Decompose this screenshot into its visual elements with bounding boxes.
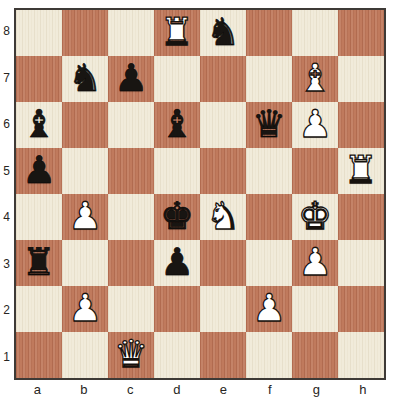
file-label-h: h — [340, 379, 387, 399]
square-e1[interactable] — [200, 332, 246, 378]
square-c5[interactable] — [108, 148, 154, 194]
square-a8[interactable] — [16, 10, 62, 56]
square-b4[interactable]: ♟ — [62, 194, 108, 240]
file-label-d: d — [154, 379, 201, 399]
square-a7[interactable] — [16, 56, 62, 102]
chess-board: ♜♞♞♟♝♝♝♛♟♟♜♟♚♞♚♜♟♟♟♟♛ — [16, 10, 384, 378]
square-h1[interactable] — [338, 332, 384, 378]
square-e2[interactable] — [200, 286, 246, 332]
square-g2[interactable] — [292, 286, 338, 332]
white-king[interactable]: ♚ — [298, 197, 332, 235]
white-rook[interactable]: ♜ — [344, 151, 378, 189]
white-pawn[interactable]: ♟ — [252, 289, 286, 327]
square-d1[interactable] — [154, 332, 200, 378]
file-label-a: a — [14, 379, 61, 399]
rank-label-3: 3 — [0, 241, 13, 288]
square-b6[interactable] — [62, 102, 108, 148]
square-d3[interactable]: ♟ — [154, 240, 200, 286]
square-g8[interactable] — [292, 10, 338, 56]
square-d2[interactable] — [154, 286, 200, 332]
black-pawn[interactable]: ♟ — [160, 243, 194, 281]
square-a4[interactable] — [16, 194, 62, 240]
black-knight[interactable]: ♞ — [206, 13, 240, 51]
square-f6[interactable]: ♛ — [246, 102, 292, 148]
white-bishop[interactable]: ♝ — [298, 59, 332, 97]
rank-label-6: 6 — [0, 101, 13, 148]
square-e8[interactable]: ♞ — [200, 10, 246, 56]
black-pawn[interactable]: ♟ — [114, 59, 148, 97]
square-f5[interactable] — [246, 148, 292, 194]
square-c3[interactable] — [108, 240, 154, 286]
square-h6[interactable] — [338, 102, 384, 148]
square-g3[interactable]: ♟ — [292, 240, 338, 286]
square-c6[interactable] — [108, 102, 154, 148]
square-d8[interactable]: ♜ — [154, 10, 200, 56]
square-b5[interactable] — [62, 148, 108, 194]
square-d4[interactable]: ♚ — [154, 194, 200, 240]
square-e6[interactable] — [200, 102, 246, 148]
square-b7[interactable]: ♞ — [62, 56, 108, 102]
file-label-b: b — [61, 379, 108, 399]
square-b1[interactable] — [62, 332, 108, 378]
square-e5[interactable] — [200, 148, 246, 194]
file-label-e: e — [200, 379, 247, 399]
square-c4[interactable] — [108, 194, 154, 240]
file-label-c: c — [107, 379, 154, 399]
white-rook[interactable]: ♜ — [160, 13, 194, 51]
square-g4[interactable]: ♚ — [292, 194, 338, 240]
rank-label-5: 5 — [0, 148, 13, 195]
square-g1[interactable] — [292, 332, 338, 378]
square-f7[interactable] — [246, 56, 292, 102]
white-queen[interactable]: ♛ — [114, 335, 148, 373]
square-c2[interactable] — [108, 286, 154, 332]
square-g7[interactable]: ♝ — [292, 56, 338, 102]
square-b3[interactable] — [62, 240, 108, 286]
rank-labels: 87654321 — [0, 8, 13, 380]
black-king[interactable]: ♚ — [160, 197, 194, 235]
white-pawn[interactable]: ♟ — [68, 289, 102, 327]
square-f2[interactable]: ♟ — [246, 286, 292, 332]
square-b8[interactable] — [62, 10, 108, 56]
square-h4[interactable] — [338, 194, 384, 240]
square-h3[interactable] — [338, 240, 384, 286]
square-h2[interactable] — [338, 286, 384, 332]
square-h8[interactable] — [338, 10, 384, 56]
white-knight[interactable]: ♞ — [206, 197, 240, 235]
square-a3[interactable]: ♜ — [16, 240, 62, 286]
file-label-g: g — [293, 379, 340, 399]
square-h5[interactable]: ♜ — [338, 148, 384, 194]
black-pawn[interactable]: ♟ — [22, 151, 56, 189]
black-knight[interactable]: ♞ — [68, 59, 102, 97]
square-c7[interactable]: ♟ — [108, 56, 154, 102]
square-f1[interactable] — [246, 332, 292, 378]
black-bishop[interactable]: ♝ — [160, 105, 194, 143]
square-f3[interactable] — [246, 240, 292, 286]
square-d6[interactable]: ♝ — [154, 102, 200, 148]
square-b2[interactable]: ♟ — [62, 286, 108, 332]
white-pawn[interactable]: ♟ — [68, 197, 102, 235]
square-a2[interactable] — [16, 286, 62, 332]
square-e7[interactable] — [200, 56, 246, 102]
white-pawn[interactable]: ♟ — [298, 105, 332, 143]
chess-board-frame: ♜♞♞♟♝♝♝♛♟♟♜♟♚♞♚♜♟♟♟♟♛ — [14, 8, 386, 380]
square-h7[interactable] — [338, 56, 384, 102]
rank-label-7: 7 — [0, 55, 13, 102]
black-bishop[interactable]: ♝ — [22, 105, 56, 143]
square-f8[interactable] — [246, 10, 292, 56]
square-d7[interactable] — [154, 56, 200, 102]
square-e3[interactable] — [200, 240, 246, 286]
square-c1[interactable]: ♛ — [108, 332, 154, 378]
file-label-f: f — [247, 379, 294, 399]
square-g6[interactable]: ♟ — [292, 102, 338, 148]
square-f4[interactable] — [246, 194, 292, 240]
square-a6[interactable]: ♝ — [16, 102, 62, 148]
square-a1[interactable] — [16, 332, 62, 378]
square-e4[interactable]: ♞ — [200, 194, 246, 240]
file-labels: abcdefgh — [14, 379, 386, 399]
square-d5[interactable] — [154, 148, 200, 194]
square-a5[interactable]: ♟ — [16, 148, 62, 194]
black-rook[interactable]: ♜ — [22, 243, 56, 281]
black-queen[interactable]: ♛ — [252, 105, 286, 143]
rank-label-1: 1 — [0, 334, 13, 381]
white-pawn[interactable]: ♟ — [298, 243, 332, 281]
rank-label-4: 4 — [0, 194, 13, 241]
square-g5[interactable] — [292, 148, 338, 194]
rank-label-2: 2 — [0, 287, 13, 334]
rank-label-8: 8 — [0, 8, 13, 55]
square-c8[interactable] — [108, 10, 154, 56]
